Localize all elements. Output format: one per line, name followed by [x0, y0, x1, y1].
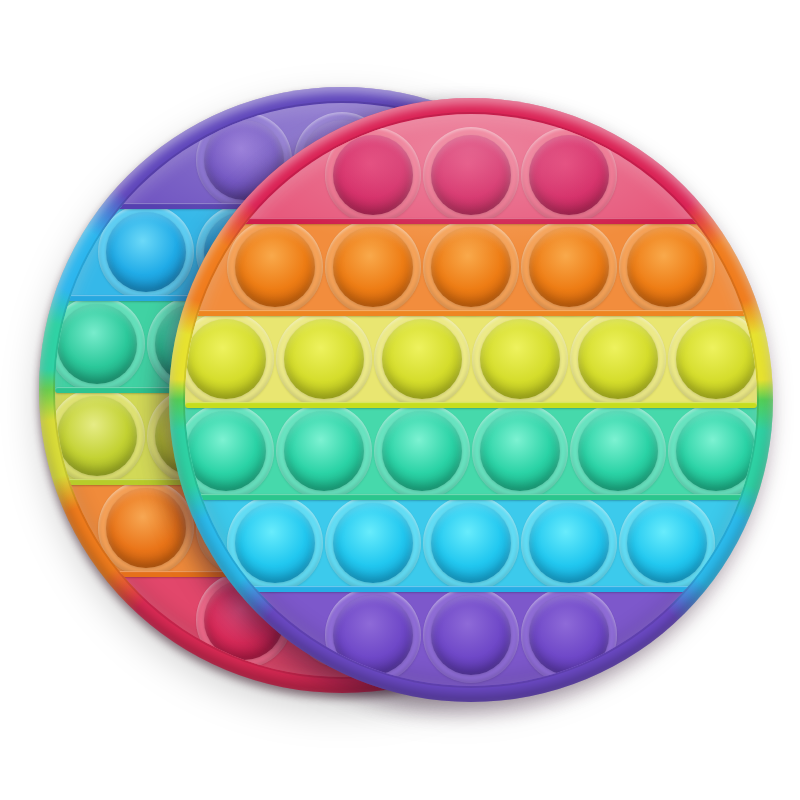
bubble-dome — [57, 304, 137, 384]
row-ridge — [185, 218, 757, 224]
bubble-socket — [423, 219, 519, 315]
bubble-dome — [235, 227, 315, 307]
bubble-socket — [98, 204, 194, 300]
bubble-socket — [472, 311, 568, 407]
bubble-dome — [57, 396, 137, 476]
bubble-socket — [472, 403, 568, 499]
bubble-dome — [382, 319, 462, 399]
row-ridge — [185, 310, 757, 316]
bubble-dome — [627, 503, 707, 583]
bubble-dome — [186, 319, 266, 399]
stage — [0, 0, 800, 800]
bubble-dome — [431, 135, 511, 215]
bubble-socket — [570, 311, 666, 407]
bubble-dome — [627, 227, 707, 307]
bubble-dome — [529, 135, 609, 215]
bubble-socket — [325, 219, 421, 315]
bubble-dome — [676, 411, 756, 491]
bubble-dome — [431, 595, 511, 675]
bubble-dome — [333, 503, 413, 583]
bubble-dome — [106, 488, 186, 568]
bubble-dome — [578, 411, 658, 491]
bubble-dome — [284, 319, 364, 399]
bubble-socket — [185, 403, 274, 499]
bubble-socket — [276, 403, 372, 499]
bubble-dome — [676, 319, 756, 399]
bubble-socket — [521, 495, 617, 591]
bubble-socket — [423, 127, 519, 223]
row-ridge — [185, 586, 757, 592]
bubble-socket — [98, 480, 194, 576]
bubble-dome — [186, 411, 266, 491]
bubble-dome — [333, 227, 413, 307]
bubble-socket — [668, 311, 757, 407]
bubble-dome — [480, 319, 560, 399]
bubble-socket — [325, 495, 421, 591]
bubble-socket — [668, 403, 757, 499]
bubble-socket — [521, 219, 617, 315]
bubble-socket — [374, 311, 470, 407]
row-ridge — [185, 402, 757, 408]
bubble-socket — [423, 495, 519, 591]
front-pop-it-toy-face — [185, 114, 757, 686]
bubble-dome — [431, 227, 511, 307]
bubble-dome — [529, 227, 609, 307]
bubble-dome — [106, 212, 186, 292]
bubble-socket — [619, 219, 715, 315]
bubble-dome — [333, 135, 413, 215]
bubble-dome — [480, 411, 560, 491]
bubble-socket — [185, 311, 274, 407]
bubble-socket — [276, 311, 372, 407]
bubble-socket — [374, 403, 470, 499]
bubble-socket — [55, 388, 145, 484]
bubble-socket — [55, 296, 145, 392]
front-pop-it-toy — [169, 98, 773, 702]
bubble-dome — [578, 319, 658, 399]
bubble-dome — [382, 411, 462, 491]
bubble-dome — [431, 503, 511, 583]
bubble-dome — [529, 503, 609, 583]
bubble-socket — [423, 587, 519, 683]
bubble-dome — [284, 411, 364, 491]
bubble-socket — [570, 403, 666, 499]
bubble-dome — [235, 503, 315, 583]
row-ridge — [185, 494, 757, 500]
bubble-socket — [227, 219, 323, 315]
